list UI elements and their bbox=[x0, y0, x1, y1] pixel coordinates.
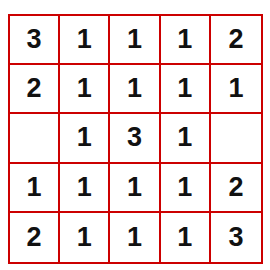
grid-cell-r4c5[interactable]: 2 bbox=[211, 164, 261, 213]
grid-cell-r2c1[interactable]: 2 bbox=[10, 65, 60, 114]
grid-cell-r4c3[interactable]: 1 bbox=[110, 164, 160, 213]
grid-cell-r1c1[interactable]: 3 bbox=[10, 16, 60, 65]
grid-cell-r5c4[interactable]: 1 bbox=[161, 213, 211, 262]
grid-cell-r5c5[interactable]: 3 bbox=[211, 213, 261, 262]
grid-cell-r3c5[interactable] bbox=[211, 114, 261, 163]
grid-cell-r1c5[interactable]: 2 bbox=[211, 16, 261, 65]
grid-cell-r1c3[interactable]: 1 bbox=[110, 16, 160, 65]
grid-cell-r4c1[interactable]: 1 bbox=[10, 164, 60, 213]
grid-cell-r2c4[interactable]: 1 bbox=[161, 65, 211, 114]
grid-cell-r2c5[interactable]: 1 bbox=[211, 65, 261, 114]
grid-cell-r1c4[interactable]: 1 bbox=[161, 16, 211, 65]
grid-cell-r4c4[interactable]: 1 bbox=[161, 164, 211, 213]
grid-cell-r4c2[interactable]: 1 bbox=[60, 164, 110, 213]
grid-cell-r5c2[interactable]: 1 bbox=[60, 213, 110, 262]
grid-cell-r2c2[interactable]: 1 bbox=[60, 65, 110, 114]
grid-cell-r3c2[interactable]: 1 bbox=[60, 114, 110, 163]
grid-cell-r5c1[interactable]: 2 bbox=[10, 213, 60, 262]
grid-cell-r1c2[interactable]: 1 bbox=[60, 16, 110, 65]
puzzle-board: 31112211111311111221113 bbox=[8, 14, 263, 264]
grid-cell-r3c3[interactable]: 3 bbox=[110, 114, 160, 163]
grid-cell-r3c1[interactable] bbox=[10, 114, 60, 163]
grid-cell-r2c3[interactable]: 1 bbox=[110, 65, 160, 114]
grid-cell-r5c3[interactable]: 1 bbox=[110, 213, 160, 262]
grid-cell-r3c4[interactable]: 1 bbox=[161, 114, 211, 163]
